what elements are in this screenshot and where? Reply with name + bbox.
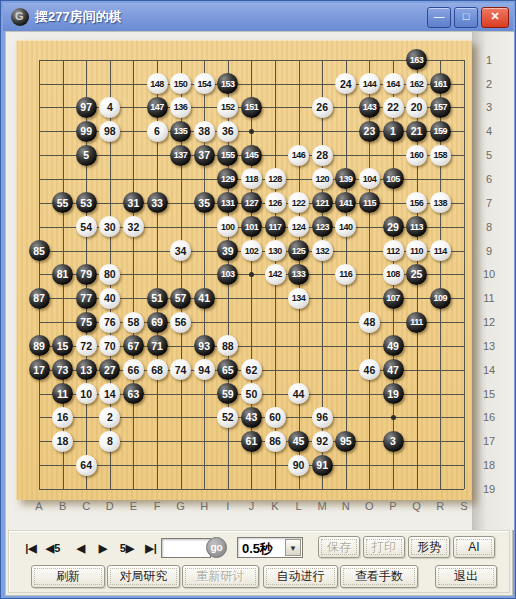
go-stone: 63 <box>123 383 144 404</box>
go-stone: 31 <box>123 192 144 213</box>
go-stone: 105 <box>383 168 404 189</box>
go-stone: 69 <box>147 312 168 333</box>
go-stone: 60 <box>265 407 286 428</box>
go-stone: 102 <box>241 240 262 261</box>
go-stone: 125 <box>288 240 309 261</box>
go-stone: 72 <box>76 335 97 356</box>
go-stone: 30 <box>99 216 120 237</box>
go-stone: 88 <box>217 335 238 356</box>
go-stone: 27 <box>99 359 120 380</box>
go-stone: 144 <box>359 73 380 94</box>
go-stone: 131 <box>217 192 238 213</box>
go-stone: 138 <box>430 192 451 213</box>
go-stone: 37 <box>194 145 215 166</box>
go-stone: 10 <box>76 383 97 404</box>
go-stone: 50 <box>241 383 262 404</box>
go-stone: 81 <box>52 264 73 285</box>
go-stone: 2 <box>99 407 120 428</box>
go-stone: 51 <box>147 288 168 309</box>
minimize-button[interactable]: — <box>427 7 451 28</box>
view-move-count-button[interactable]: 查看手数 <box>340 565 418 588</box>
go-stone: 112 <box>383 240 404 261</box>
go-stone: 154 <box>194 73 215 94</box>
delay-select[interactable]: 0.5秒 ▼ <box>237 537 303 558</box>
go-stone: 107 <box>383 288 404 309</box>
go-stone: 136 <box>170 97 191 118</box>
go-stone: 39 <box>217 240 238 261</box>
go-stone: 122 <box>288 192 309 213</box>
row-label: 4 <box>486 125 492 137</box>
go-stone: 40 <box>99 288 120 309</box>
column-label: C <box>82 500 90 512</box>
go-stone: 109 <box>430 288 451 309</box>
go-stone: 114 <box>430 240 451 261</box>
delay-select-value: 0.5秒 <box>242 540 273 558</box>
grid-line <box>39 465 464 466</box>
go-stone: 142 <box>265 264 286 285</box>
go-stone: 128 <box>265 168 286 189</box>
star-point <box>249 272 254 277</box>
go-stone: 29 <box>383 216 404 237</box>
row-label: 19 <box>483 483 495 495</box>
go-stone: 157 <box>430 97 451 118</box>
go-stone: 91 <box>312 455 333 476</box>
go-stone: 20 <box>406 97 427 118</box>
go-stone: 66 <box>123 359 144 380</box>
go-stone: 97 <box>76 97 97 118</box>
go-stone: 98 <box>99 121 120 142</box>
nav-forward-button[interactable]: ▶ <box>93 539 113 557</box>
go-stone: 15 <box>52 335 73 356</box>
go-stone: 79 <box>76 264 97 285</box>
go-stone: 90 <box>288 455 309 476</box>
go-stone: 70 <box>99 335 120 356</box>
go-stone: 126 <box>265 192 286 213</box>
go-stone: 47 <box>383 359 404 380</box>
game-study-button[interactable]: 对局研究 <box>107 565 180 588</box>
go-stone: 76 <box>99 312 120 333</box>
go-stone: 163 <box>406 49 427 70</box>
maximize-button[interactable]: □ <box>454 7 478 28</box>
print-button[interactable]: 打印 <box>363 536 405 558</box>
column-label: Q <box>412 500 421 512</box>
go-stone: 45 <box>288 431 309 452</box>
row-label: 10 <box>483 268 495 280</box>
go-stone: 162 <box>406 73 427 94</box>
go-stone: 123 <box>312 216 333 237</box>
go-stone: 25 <box>406 264 427 285</box>
go-stone: 133 <box>288 264 309 285</box>
column-label: B <box>59 500 66 512</box>
go-stone: 130 <box>265 240 286 261</box>
go-stone: 164 <box>383 73 404 94</box>
position-judge-button[interactable]: 形势 <box>408 536 450 558</box>
go-stone: 3 <box>383 431 404 452</box>
exit-button[interactable]: 退出 <box>435 565 497 588</box>
go-stone: 115 <box>359 192 380 213</box>
go-stone: 21 <box>406 121 427 142</box>
go-stone: 152 <box>217 97 238 118</box>
go-stone: 120 <box>312 168 333 189</box>
row-label: 5 <box>486 149 492 161</box>
grid-line <box>39 489 464 490</box>
go-stone: 61 <box>241 431 262 452</box>
column-label: H <box>200 500 208 512</box>
column-label: M <box>318 500 327 512</box>
column-label: A <box>35 500 42 512</box>
app-window: 摆277房间的棋 — □ ✕ ABCDEFGHIJKLMNOPQRS123456… <box>0 0 516 599</box>
go-stone: 56 <box>170 312 191 333</box>
column-label: P <box>389 500 396 512</box>
go-stone: 26 <box>312 97 333 118</box>
go-stone: 75 <box>76 312 97 333</box>
row-label: 15 <box>483 388 495 400</box>
star-point <box>391 415 396 420</box>
row-label: 7 <box>486 197 492 209</box>
row-label: 13 <box>483 340 495 352</box>
go-stone: 52 <box>217 407 238 428</box>
row-label: 18 <box>483 459 495 471</box>
go-stone: 65 <box>217 359 238 380</box>
go-stone: 99 <box>76 121 97 142</box>
row-label: 9 <box>486 245 492 257</box>
row-label: 3 <box>486 101 492 113</box>
go-stone: 153 <box>217 73 238 94</box>
grid-line <box>464 60 465 489</box>
control-panel: |◀ ◀5 ◀ ▶ 5▶ ▶| go 0.5秒 ▼ 保存 打印 形势 AI 刷新… <box>8 530 510 593</box>
go-stone: 147 <box>147 97 168 118</box>
go-stone: 36 <box>217 121 238 142</box>
go-stone: 137 <box>170 145 191 166</box>
go-stone: 23 <box>359 121 380 142</box>
star-point <box>249 129 254 134</box>
row-label: 14 <box>483 364 495 376</box>
go-stone: 158 <box>430 145 451 166</box>
go-stone: 44 <box>288 383 309 404</box>
go-stone: 74 <box>170 359 191 380</box>
go-stone: 156 <box>406 192 427 213</box>
column-label: D <box>106 500 114 512</box>
go-stone: 118 <box>241 168 262 189</box>
go-stone: 127 <box>241 192 262 213</box>
go-stone: 121 <box>312 192 333 213</box>
go-stone: 159 <box>430 121 451 142</box>
window-title: 摆277房间的棋 <box>35 8 424 26</box>
go-stone: 14 <box>99 383 120 404</box>
go-stone: 108 <box>383 264 404 285</box>
refresh-button[interactable]: 刷新 <box>31 565 105 588</box>
nav-first-button[interactable]: |◀ <box>21 539 41 557</box>
go-stone: 8 <box>99 431 120 452</box>
go-stone: 161 <box>430 73 451 94</box>
go-stone: 54 <box>76 216 97 237</box>
go-stone: 93 <box>194 335 215 356</box>
go-stone: 32 <box>123 216 144 237</box>
go-stone: 6 <box>147 121 168 142</box>
go-stone: 116 <box>335 264 356 285</box>
chevron-down-icon[interactable]: ▼ <box>285 539 301 556</box>
go-stone: 18 <box>52 431 73 452</box>
go-stone: 33 <box>147 192 168 213</box>
column-label: S <box>460 500 467 512</box>
go-stone: 132 <box>312 240 333 261</box>
close-button[interactable]: ✕ <box>481 7 509 28</box>
go-stone: 11 <box>52 383 73 404</box>
go-stone: 46 <box>359 359 380 380</box>
go-stone: 111 <box>406 312 427 333</box>
go-stone: 38 <box>194 121 215 142</box>
go-button[interactable]: go <box>206 537 227 558</box>
go-stone: 68 <box>147 359 168 380</box>
save-button[interactable]: 保存 <box>318 536 360 558</box>
go-stone: 1 <box>383 121 404 142</box>
row-label: 17 <box>483 435 495 447</box>
column-label: G <box>176 500 185 512</box>
go-stone: 104 <box>359 168 380 189</box>
go-stone: 71 <box>147 335 168 356</box>
row-label: 2 <box>486 78 492 90</box>
go-stone: 13 <box>76 359 97 380</box>
go-stone: 139 <box>335 168 356 189</box>
row-label: 6 <box>486 173 492 185</box>
column-label: F <box>154 500 161 512</box>
go-stone: 124 <box>288 216 309 237</box>
go-stone: 143 <box>359 97 380 118</box>
go-stone: 34 <box>170 240 191 261</box>
go-stone: 155 <box>217 145 238 166</box>
go-stone: 57 <box>170 288 191 309</box>
go-stone: 129 <box>217 168 238 189</box>
go-stone: 101 <box>241 216 262 237</box>
go-board[interactable]: ABCDEFGHIJKLMNOPQRS123456789101112131415… <box>6 32 514 530</box>
go-stone: 28 <box>312 145 333 166</box>
go-stone: 86 <box>265 431 286 452</box>
go-stone: 146 <box>288 145 309 166</box>
go-stone: 4 <box>99 97 120 118</box>
move-number-input[interactable] <box>161 538 211 558</box>
go-stone: 148 <box>147 73 168 94</box>
go-stone: 19 <box>383 383 404 404</box>
column-label: J <box>249 500 255 512</box>
client-area: ABCDEFGHIJKLMNOPQRS123456789101112131415… <box>5 31 513 596</box>
go-stone: 77 <box>76 288 97 309</box>
go-stone: 62 <box>241 359 262 380</box>
row-label: 16 <box>483 411 495 423</box>
ai-button[interactable]: AI <box>453 536 495 558</box>
column-label: E <box>130 500 137 512</box>
row-label: 1 <box>486 54 492 66</box>
go-stone: 160 <box>406 145 427 166</box>
go-stone: 100 <box>217 216 238 237</box>
go-stone: 135 <box>170 121 191 142</box>
go-stone: 48 <box>359 312 380 333</box>
column-label: O <box>365 500 374 512</box>
go-stone: 58 <box>123 312 144 333</box>
go-stone: 87 <box>29 288 50 309</box>
go-stone: 80 <box>99 264 120 285</box>
app-icon <box>11 8 29 26</box>
go-stone: 73 <box>52 359 73 380</box>
nav-forward-5-button[interactable]: 5▶ <box>117 539 137 557</box>
go-stone: 140 <box>335 216 356 237</box>
go-stone: 55 <box>52 192 73 213</box>
auto-play-button[interactable]: 自动进行 <box>263 565 338 588</box>
go-stone: 134 <box>288 288 309 309</box>
title-bar: 摆277房间的棋 — □ ✕ <box>3 3 513 31</box>
nav-last-button[interactable]: ▶| <box>141 539 161 557</box>
go-stone: 117 <box>265 216 286 237</box>
nav-back-5-button[interactable]: ◀5 <box>43 539 63 557</box>
go-stone: 150 <box>170 73 191 94</box>
column-label: I <box>226 500 229 512</box>
row-label: 12 <box>483 316 495 328</box>
column-label: L <box>296 500 302 512</box>
go-stone: 5 <box>76 145 97 166</box>
go-stone: 103 <box>217 264 238 285</box>
go-stone: 49 <box>383 335 404 356</box>
row-label: 8 <box>486 221 492 233</box>
go-stone: 17 <box>29 359 50 380</box>
column-label: K <box>271 500 278 512</box>
go-stone: 95 <box>335 431 356 452</box>
go-stone: 141 <box>335 192 356 213</box>
go-stone: 16 <box>52 407 73 428</box>
go-stone: 92 <box>312 431 333 452</box>
go-stone: 35 <box>194 192 215 213</box>
go-stone: 113 <box>406 216 427 237</box>
go-stone: 24 <box>335 73 356 94</box>
re-review-button[interactable]: 重新研讨 <box>182 565 259 588</box>
go-stone: 110 <box>406 240 427 261</box>
go-stone: 59 <box>217 383 238 404</box>
go-stone: 96 <box>312 407 333 428</box>
go-stone: 43 <box>241 407 262 428</box>
row-label: 11 <box>483 292 494 304</box>
go-stone: 67 <box>123 335 144 356</box>
go-stone: 85 <box>29 240 50 261</box>
go-stone: 151 <box>241 97 262 118</box>
column-label: R <box>436 500 444 512</box>
go-stone: 41 <box>194 288 215 309</box>
go-stone: 53 <box>76 192 97 213</box>
nav-back-button[interactable]: ◀ <box>71 539 91 557</box>
go-stone: 145 <box>241 145 262 166</box>
column-label: N <box>342 500 350 512</box>
go-stone: 22 <box>383 97 404 118</box>
go-stone: 94 <box>194 359 215 380</box>
go-stone: 64 <box>76 455 97 476</box>
go-stone: 89 <box>29 335 50 356</box>
